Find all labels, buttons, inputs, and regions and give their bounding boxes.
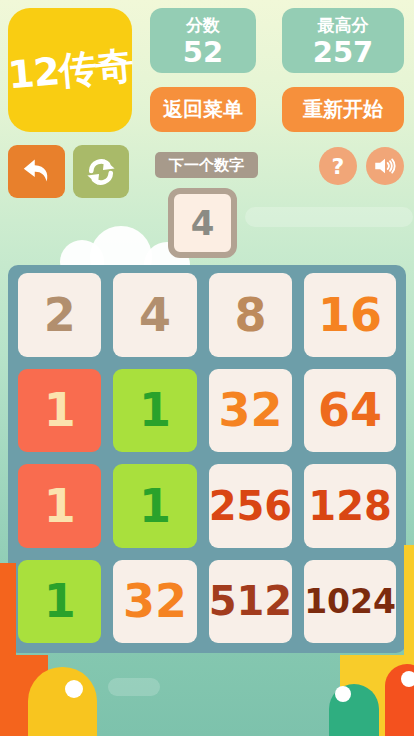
refresh-button[interactable] bbox=[73, 145, 129, 198]
board-tile: 16 bbox=[304, 273, 396, 357]
pill-eye-dot bbox=[401, 671, 414, 687]
board-tile: 1 bbox=[113, 464, 196, 548]
score-box: 分数 52 bbox=[150, 8, 256, 73]
header-panel: 分数 52 最高分 257 返回菜单 重新开始 bbox=[150, 8, 404, 132]
board-tile: 1 bbox=[18, 464, 101, 548]
board-tile: 1 bbox=[18, 560, 101, 644]
best-score-label: 最高分 bbox=[318, 14, 369, 36]
pill-eye-dot bbox=[65, 680, 83, 698]
pill-eye-dot bbox=[335, 686, 351, 702]
score-label: 分数 bbox=[186, 14, 220, 36]
best-score-box: 最高分 257 bbox=[282, 8, 404, 73]
app-title: 12传奇 bbox=[6, 39, 135, 101]
board-tile: 64 bbox=[304, 369, 396, 453]
board-tile: 1 bbox=[113, 369, 196, 453]
board-tile: 1 bbox=[18, 369, 101, 453]
cloud-decoration-faint bbox=[245, 207, 413, 227]
next-number-label: 下一个数字 bbox=[155, 152, 258, 178]
undo-arrow-icon bbox=[19, 154, 55, 190]
speaker-icon bbox=[372, 153, 398, 179]
refresh-icon bbox=[84, 155, 118, 189]
board-tile: 256 bbox=[209, 464, 293, 548]
next-number-value: 4 bbox=[191, 203, 215, 243]
best-score-value: 257 bbox=[313, 36, 374, 68]
cloud-wisp bbox=[108, 678, 160, 696]
decoration-green-pill-right bbox=[329, 684, 379, 736]
next-number-tile: 4 bbox=[168, 188, 237, 258]
game-board[interactable]: 24816113264112561281325121024 bbox=[8, 265, 406, 653]
board-tile: 32 bbox=[113, 560, 196, 644]
question-mark-icon: ? bbox=[332, 154, 345, 179]
board-tile: 4 bbox=[113, 273, 196, 357]
restart-button[interactable]: 重新开始 bbox=[282, 87, 404, 132]
board-tile: 128 bbox=[304, 464, 396, 548]
undo-button[interactable] bbox=[8, 145, 65, 198]
board-tile: 1024 bbox=[304, 560, 396, 644]
board-tile: 512 bbox=[209, 560, 293, 644]
game-screen: 12传奇 分数 52 最高分 257 返回菜单 重新开始 bbox=[0, 0, 414, 736]
decoration-yellow-pill-left bbox=[28, 667, 97, 736]
board-tile: 32 bbox=[209, 369, 293, 453]
decoration-orange-pill-right bbox=[385, 664, 414, 736]
app-logo: 12传奇 bbox=[8, 8, 132, 132]
score-value: 52 bbox=[183, 36, 223, 68]
board-tile: 8 bbox=[209, 273, 293, 357]
menu-button[interactable]: 返回菜单 bbox=[150, 87, 256, 132]
help-button[interactable]: ? bbox=[319, 147, 357, 185]
sound-button[interactable] bbox=[366, 147, 404, 185]
board-tile: 2 bbox=[18, 273, 101, 357]
